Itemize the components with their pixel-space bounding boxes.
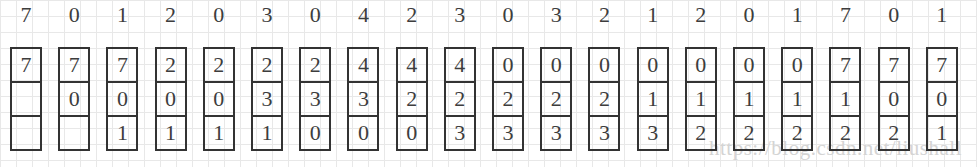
step-4: 2201 [155,0,187,151]
frame-cell: 2 [878,115,910,151]
step-10: 3423 [444,0,476,151]
step-14: 1013 [637,0,669,151]
step-19: 0702 [878,0,910,151]
reference-number: 3 [551,0,562,30]
frame-cell: 0 [588,47,620,83]
frame-cell: 0 [396,115,428,151]
reference-number: 1 [936,0,947,30]
frame-column: 7 [10,47,42,151]
frame-cell: 2 [781,115,813,151]
step-16: 0012 [733,0,765,151]
frame-cell: 0 [781,47,813,83]
frame-cell: 1 [926,115,958,151]
frame-column: 701 [106,47,138,151]
reference-number: 0 [213,0,224,30]
frame-column: 023 [540,47,572,151]
reference-number: 1 [647,0,658,30]
frame-column: 012 [733,47,765,151]
frame-cell: 4 [396,47,428,83]
reference-number: 7 [21,0,32,30]
reference-number: 3 [454,0,465,30]
frame-cell: 7 [829,47,861,83]
reference-number: 2 [165,0,176,30]
frame-cell: 4 [444,47,476,83]
frame-cell: 3 [588,115,620,151]
frame-cell: 2 [444,81,476,117]
frame-cell: 2 [155,47,187,83]
frame-cell: 3 [347,81,379,117]
frame-cell: 1 [251,115,283,151]
frame-column: 420 [396,47,428,151]
frame-cell [10,81,42,117]
reference-number: 7 [840,0,851,30]
frame-cell: 0 [926,81,958,117]
reference-number: 0 [503,0,514,30]
frame-cell: 1 [781,81,813,117]
frame-cell: 0 [685,47,717,83]
step-2: 070 [58,0,90,151]
frame-cell: 0 [540,47,572,83]
frame-cell: 4 [347,47,379,83]
frame-column: 231 [251,47,283,151]
reference-number: 3 [262,0,273,30]
frame-column: 423 [444,47,476,151]
frame-cell: 2 [588,81,620,117]
frame-cell: 7 [926,47,958,83]
frame-cell: 2 [492,81,524,117]
frame-cell: 1 [637,81,669,117]
frame-cell: 7 [10,47,42,83]
frame-cell: 0 [58,81,90,117]
frame-cell: 0 [637,47,669,83]
step-11: 0023 [492,0,524,151]
frame-cell: 1 [733,81,765,117]
frame-cell: 0 [155,81,187,117]
steps-row: 7707017012201020132310230443024203423002… [10,0,958,151]
frame-cell: 2 [299,47,331,83]
frame-cell: 1 [685,81,717,117]
frame-cell: 0 [203,81,235,117]
step-3: 1701 [106,0,138,151]
reference-number: 0 [310,0,321,30]
step-20: 1701 [926,0,958,151]
frame-cell: 3 [444,115,476,151]
step-6: 3231 [251,0,283,151]
step-5: 0201 [203,0,235,151]
frame-cell: 2 [685,115,717,151]
frame-cell: 0 [733,47,765,83]
frame-cell: 0 [106,81,138,117]
frame-cell: 7 [58,47,90,83]
step-15: 2012 [685,0,717,151]
reference-number: 1 [117,0,128,30]
frame-cell: 2 [540,81,572,117]
reference-number: 4 [358,0,369,30]
frame-column: 023 [492,47,524,151]
reference-number: 2 [695,0,706,30]
step-18: 7712 [829,0,861,151]
lru-diagram-canvas: https://blog.csdn.net/liushall 770701701… [0,0,977,167]
reference-number: 2 [599,0,610,30]
step-12: 3023 [540,0,572,151]
step-8: 4430 [347,0,379,151]
frame-column: 012 [685,47,717,151]
reference-number: 2 [406,0,417,30]
frame-cell [10,115,42,151]
frame-column: 701 [926,47,958,151]
frame-cell: 2 [251,47,283,83]
step-7: 0230 [299,0,331,151]
step-1: 77 [10,0,42,151]
frame-column: 702 [878,47,910,151]
frame-cell: 3 [299,81,331,117]
reference-number: 1 [792,0,803,30]
frame-cell: 3 [637,115,669,151]
frame-column: 712 [829,47,861,151]
frame-cell: 2 [829,115,861,151]
frame-cell: 0 [878,81,910,117]
frame-column: 201 [155,47,187,151]
frame-column: 230 [299,47,331,151]
reference-number: 0 [888,0,899,30]
frame-cell: 0 [299,115,331,151]
frame-cell: 1 [106,115,138,151]
frame-cell: 3 [492,115,524,151]
frame-cell: 7 [878,47,910,83]
step-17: 1012 [781,0,813,151]
frame-cell: 1 [829,81,861,117]
step-9: 2420 [396,0,428,151]
frame-cell: 0 [347,115,379,151]
frame-column: 013 [637,47,669,151]
reference-number: 0 [69,0,80,30]
frame-cell [58,115,90,151]
frame-column: 201 [203,47,235,151]
frame-column: 012 [781,47,813,151]
reference-number: 0 [744,0,755,30]
frame-cell: 1 [155,115,187,151]
frame-cell: 1 [203,115,235,151]
frame-column: 430 [347,47,379,151]
frame-cell: 2 [396,81,428,117]
frame-cell: 2 [203,47,235,83]
frame-cell: 3 [540,115,572,151]
frame-column: 70 [58,47,90,151]
step-13: 2023 [588,0,620,151]
frame-column: 023 [588,47,620,151]
frame-cell: 0 [492,47,524,83]
frame-cell: 2 [733,115,765,151]
frame-cell: 3 [251,81,283,117]
frame-cell: 7 [106,47,138,83]
